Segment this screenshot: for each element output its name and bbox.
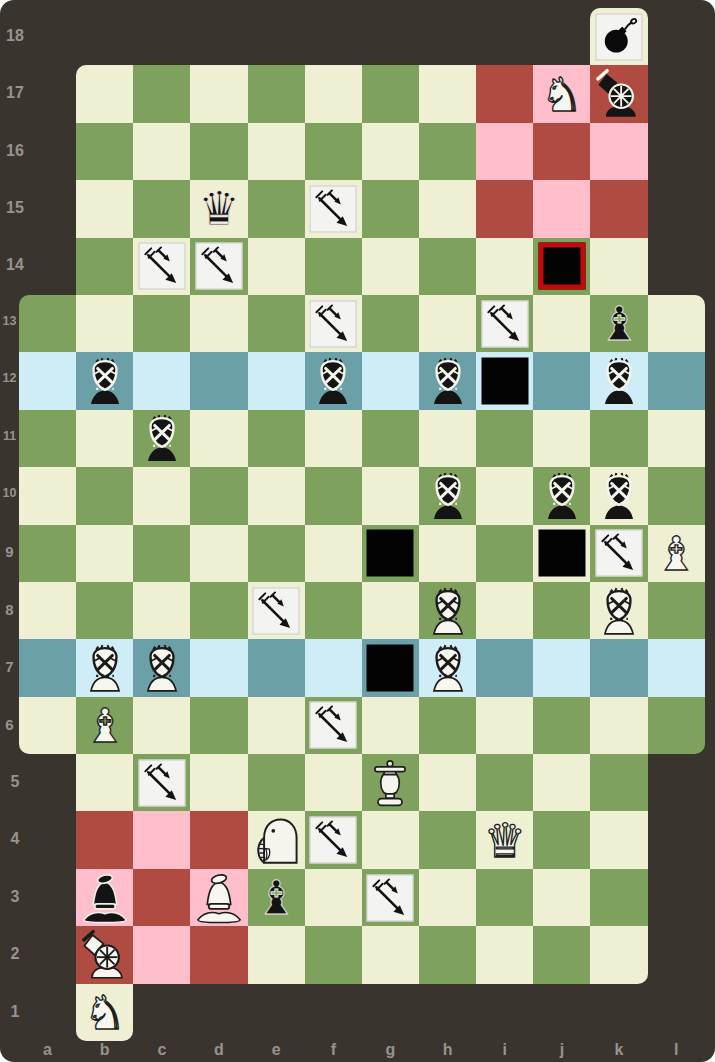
square-e17[interactable] xyxy=(248,65,305,122)
square-k12[interactable] xyxy=(590,352,647,409)
square-i9[interactable] xyxy=(476,525,533,582)
white-cannon[interactable] xyxy=(79,929,131,981)
square-k6[interactable] xyxy=(590,697,647,754)
square-f9[interactable] xyxy=(305,525,362,582)
square-k3[interactable] xyxy=(590,869,647,926)
square-b8[interactable] xyxy=(76,582,133,639)
square-k7[interactable] xyxy=(590,639,647,696)
black-block-marker xyxy=(367,530,414,577)
square-c5[interactable] xyxy=(133,754,190,811)
white-king[interactable] xyxy=(193,872,245,924)
square-j5[interactable] xyxy=(533,754,590,811)
arrow-marker xyxy=(310,300,357,347)
square-e4[interactable] xyxy=(248,811,305,868)
arrow-marker xyxy=(481,300,528,347)
square-j14[interactable] xyxy=(533,238,590,295)
square-c7[interactable] xyxy=(133,639,190,696)
square-f2[interactable] xyxy=(305,926,362,983)
rank-label-4: 4 xyxy=(0,830,30,848)
black-cannon[interactable] xyxy=(593,68,645,120)
square-b13[interactable] xyxy=(76,295,133,352)
file-label-e: e xyxy=(248,1041,305,1059)
square-h16[interactable] xyxy=(419,123,476,180)
black-queen[interactable]: ♛ xyxy=(198,180,240,237)
square-b11[interactable] xyxy=(76,410,133,467)
square-c10[interactable] xyxy=(133,467,190,524)
square-e13[interactable] xyxy=(248,295,305,352)
square-f14[interactable] xyxy=(305,238,362,295)
rank-label-15: 15 xyxy=(0,199,30,217)
square-k9[interactable] xyxy=(590,525,647,582)
rank-label-5: 5 xyxy=(0,773,30,791)
square-a9[interactable] xyxy=(19,525,76,582)
rank-label-12: 12 xyxy=(0,371,19,385)
square-e10[interactable] xyxy=(248,467,305,524)
square-d12[interactable] xyxy=(190,352,247,409)
square-b5[interactable] xyxy=(76,754,133,811)
square-l12[interactable] xyxy=(648,352,705,409)
file-label-l: l xyxy=(648,1041,705,1059)
square-d3[interactable] xyxy=(190,869,247,926)
square-j10[interactable] xyxy=(533,467,590,524)
square-f11[interactable] xyxy=(305,410,362,467)
square-h4[interactable] xyxy=(419,811,476,868)
file-label-f: f xyxy=(305,1041,362,1059)
square-h9[interactable] xyxy=(419,525,476,582)
square-i17[interactable] xyxy=(476,65,533,122)
square-k17[interactable] xyxy=(590,65,647,122)
square-e16[interactable] xyxy=(248,123,305,180)
white-bishop[interactable]: ♝ xyxy=(655,525,697,582)
white-queen[interactable]: ♛ xyxy=(484,812,526,869)
square-g16[interactable] xyxy=(362,123,419,180)
white-soldier[interactable] xyxy=(423,643,473,693)
square-e3[interactable]: ♝ xyxy=(248,869,305,926)
rank-label-6: 6 xyxy=(0,716,19,733)
square-j11[interactable] xyxy=(533,410,590,467)
square-i12[interactable] xyxy=(476,352,533,409)
square-a11[interactable] xyxy=(19,410,76,467)
square-g6[interactable] xyxy=(362,697,419,754)
file-label-i: i xyxy=(476,1041,533,1059)
square-b6[interactable]: ♝ xyxy=(76,697,133,754)
white-bishop[interactable]: ♝ xyxy=(84,697,126,754)
square-c13[interactable] xyxy=(133,295,190,352)
arrow-marker xyxy=(310,817,357,864)
square-d8[interactable] xyxy=(190,582,247,639)
rank-label-1: 1 xyxy=(0,1003,30,1021)
black-soldier[interactable] xyxy=(537,471,587,521)
black-block-marker xyxy=(538,530,585,577)
square-d15[interactable]: ♛ xyxy=(190,180,247,237)
square-d7[interactable] xyxy=(190,639,247,696)
square-d10[interactable] xyxy=(190,467,247,524)
arrow-marker xyxy=(138,759,185,806)
square-e2[interactable] xyxy=(248,926,305,983)
square-j6[interactable] xyxy=(533,697,590,754)
white-soldier[interactable] xyxy=(80,643,130,693)
square-c17[interactable] xyxy=(133,65,190,122)
square-g5[interactable] xyxy=(362,754,419,811)
square-e6[interactable] xyxy=(248,697,305,754)
square-f17[interactable] xyxy=(305,65,362,122)
square-c16[interactable] xyxy=(133,123,190,180)
rank-label-7: 7 xyxy=(0,658,19,675)
square-b10[interactable] xyxy=(76,467,133,524)
board-grid: ♞ ♛ xyxy=(19,8,705,1041)
black-bishop[interactable]: ♝ xyxy=(255,869,297,926)
square-h3[interactable] xyxy=(419,869,476,926)
black-soldier[interactable] xyxy=(423,471,473,521)
black-soldier[interactable] xyxy=(80,356,130,406)
square-l7[interactable] xyxy=(648,639,705,696)
rank-label-10: 10 xyxy=(0,486,19,500)
square-b16[interactable] xyxy=(76,123,133,180)
square-a12[interactable] xyxy=(19,352,76,409)
square-c2[interactable] xyxy=(133,926,190,983)
black-block-red-border xyxy=(538,243,585,290)
square-i16[interactable] xyxy=(476,123,533,180)
square-i11[interactable] xyxy=(476,410,533,467)
black-block-marker xyxy=(367,644,414,691)
white-knight[interactable]: ♞ xyxy=(541,66,583,123)
square-b4[interactable] xyxy=(76,811,133,868)
game-board: ♞ ♛ xyxy=(0,0,715,1062)
square-k13[interactable]: ♝ xyxy=(590,295,647,352)
square-c12[interactable] xyxy=(133,352,190,409)
rank-label-16: 16 xyxy=(0,142,30,160)
square-f7[interactable] xyxy=(305,639,362,696)
file-label-d: d xyxy=(190,1041,247,1059)
square-j7[interactable] xyxy=(533,639,590,696)
square-i7[interactable] xyxy=(476,639,533,696)
square-f12[interactable] xyxy=(305,352,362,409)
rank-label-17: 17 xyxy=(0,84,30,102)
square-k18[interactable] xyxy=(590,8,647,65)
square-a10[interactable] xyxy=(19,467,76,524)
square-b1[interactable]: ♞ xyxy=(76,984,133,1041)
file-label-h: h xyxy=(419,1041,476,1059)
square-a8[interactable] xyxy=(19,582,76,639)
square-h12[interactable] xyxy=(419,352,476,409)
square-k10[interactable] xyxy=(590,467,647,524)
square-j13[interactable] xyxy=(533,295,590,352)
square-c6[interactable] xyxy=(133,697,190,754)
square-a7[interactable] xyxy=(19,639,76,696)
square-c3[interactable] xyxy=(133,869,190,926)
rank-label-8: 8 xyxy=(0,601,19,618)
square-i3[interactable] xyxy=(476,869,533,926)
square-e14[interactable] xyxy=(248,238,305,295)
square-f8[interactable] xyxy=(305,582,362,639)
black-block-marker xyxy=(481,358,528,405)
square-j9[interactable] xyxy=(533,525,590,582)
square-e8[interactable] xyxy=(248,582,305,639)
square-j2[interactable] xyxy=(533,926,590,983)
square-g15[interactable] xyxy=(362,180,419,237)
arrow-marker xyxy=(595,530,642,577)
square-i4[interactable]: ♛ xyxy=(476,811,533,868)
black-soldier[interactable] xyxy=(594,471,644,521)
rank-label-11: 11 xyxy=(0,429,19,443)
square-k15[interactable] xyxy=(590,180,647,237)
square-f3[interactable] xyxy=(305,869,362,926)
square-d17[interactable] xyxy=(190,65,247,122)
square-g14[interactable] xyxy=(362,238,419,295)
file-label-b: b xyxy=(76,1041,133,1059)
square-f6[interactable] xyxy=(305,697,362,754)
square-h17[interactable] xyxy=(419,65,476,122)
square-g12[interactable] xyxy=(362,352,419,409)
square-b12[interactable] xyxy=(76,352,133,409)
white-urn[interactable] xyxy=(365,758,415,808)
white-soldier[interactable] xyxy=(423,586,473,636)
square-j4[interactable] xyxy=(533,811,590,868)
square-g2[interactable] xyxy=(362,926,419,983)
square-j17[interactable]: ♞ xyxy=(533,65,590,122)
square-h15[interactable] xyxy=(419,180,476,237)
square-j8[interactable] xyxy=(533,582,590,639)
square-d9[interactable] xyxy=(190,525,247,582)
arrow-marker xyxy=(310,185,357,232)
square-d11[interactable] xyxy=(190,410,247,467)
square-f4[interactable] xyxy=(305,811,362,868)
square-i2[interactable] xyxy=(476,926,533,983)
square-j16[interactable] xyxy=(533,123,590,180)
square-b2[interactable] xyxy=(76,926,133,983)
arrow-marker xyxy=(310,702,357,749)
rank-label-18: 18 xyxy=(0,27,30,45)
square-f10[interactable] xyxy=(305,467,362,524)
black-soldier[interactable] xyxy=(308,356,358,406)
square-g7[interactable] xyxy=(362,639,419,696)
square-d6[interactable] xyxy=(190,697,247,754)
file-label-k: k xyxy=(591,1041,648,1059)
square-l10[interactable] xyxy=(648,467,705,524)
square-h7[interactable] xyxy=(419,639,476,696)
rank-label-13: 13 xyxy=(0,314,19,328)
white-elephant[interactable] xyxy=(250,814,302,866)
square-i5[interactable] xyxy=(476,754,533,811)
square-d16[interactable] xyxy=(190,123,247,180)
square-a6[interactable] xyxy=(19,697,76,754)
square-i6[interactable] xyxy=(476,697,533,754)
square-f16[interactable] xyxy=(305,123,362,180)
square-i8[interactable] xyxy=(476,582,533,639)
square-l11[interactable] xyxy=(648,410,705,467)
arrow-marker xyxy=(367,874,414,921)
square-h2[interactable] xyxy=(419,926,476,983)
rank-label-3: 3 xyxy=(0,888,30,906)
square-e15[interactable] xyxy=(248,180,305,237)
square-g4[interactable] xyxy=(362,811,419,868)
square-h10[interactable] xyxy=(419,467,476,524)
square-g13[interactable] xyxy=(362,295,419,352)
square-d4[interactable] xyxy=(190,811,247,868)
square-b7[interactable] xyxy=(76,639,133,696)
square-j15[interactable] xyxy=(533,180,590,237)
square-e12[interactable] xyxy=(248,352,305,409)
white-knight[interactable]: ♞ xyxy=(84,984,126,1041)
square-f13[interactable] xyxy=(305,295,362,352)
rank-label-9: 9 xyxy=(0,543,19,560)
file-label-a: a xyxy=(19,1041,76,1059)
square-e11[interactable] xyxy=(248,410,305,467)
arrow-marker xyxy=(138,243,185,290)
file-label-c: c xyxy=(133,1041,190,1059)
square-i15[interactable] xyxy=(476,180,533,237)
square-e7[interactable] xyxy=(248,639,305,696)
square-b15[interactable] xyxy=(76,180,133,237)
square-j3[interactable] xyxy=(533,869,590,926)
black-bomb[interactable] xyxy=(597,15,641,59)
square-k14[interactable] xyxy=(590,238,647,295)
square-g17[interactable] xyxy=(362,65,419,122)
black-soldier[interactable] xyxy=(594,356,644,406)
square-g8[interactable] xyxy=(362,582,419,639)
square-c9[interactable] xyxy=(133,525,190,582)
arrow-marker xyxy=(195,243,242,290)
square-k11[interactable] xyxy=(590,410,647,467)
square-i14[interactable] xyxy=(476,238,533,295)
file-label-j: j xyxy=(533,1041,590,1059)
square-c8[interactable] xyxy=(133,582,190,639)
black-soldier[interactable] xyxy=(137,413,187,463)
square-c14[interactable] xyxy=(133,238,190,295)
square-d13[interactable] xyxy=(190,295,247,352)
square-g9[interactable] xyxy=(362,525,419,582)
square-e9[interactable] xyxy=(248,525,305,582)
square-a13[interactable] xyxy=(19,295,76,352)
square-k2[interactable] xyxy=(590,926,647,983)
square-b3[interactable] xyxy=(76,869,133,926)
square-l9[interactable]: ♝ xyxy=(648,525,705,582)
rank-label-14: 14 xyxy=(0,256,30,274)
square-k4[interactable] xyxy=(590,811,647,868)
square-d2[interactable] xyxy=(190,926,247,983)
black-king[interactable] xyxy=(79,872,131,924)
square-h11[interactable] xyxy=(419,410,476,467)
square-g10[interactable] xyxy=(362,467,419,524)
square-h14[interactable] xyxy=(419,238,476,295)
rank-label-2: 2 xyxy=(0,945,30,963)
square-f15[interactable] xyxy=(305,180,362,237)
square-h8[interactable] xyxy=(419,582,476,639)
file-label-g: g xyxy=(362,1041,419,1059)
square-c15[interactable] xyxy=(133,180,190,237)
square-c4[interactable] xyxy=(133,811,190,868)
square-g11[interactable] xyxy=(362,410,419,467)
square-k8[interactable] xyxy=(590,582,647,639)
square-l13[interactable] xyxy=(648,295,705,352)
square-b14[interactable] xyxy=(76,238,133,295)
square-d5[interactable] xyxy=(190,754,247,811)
black-soldier[interactable] xyxy=(423,356,473,406)
square-h5[interactable] xyxy=(419,754,476,811)
arrow-marker xyxy=(253,587,300,634)
white-soldier[interactable] xyxy=(137,643,187,693)
square-l8[interactable] xyxy=(648,582,705,639)
white-soldier[interactable] xyxy=(594,586,644,636)
square-b9[interactable] xyxy=(76,525,133,582)
square-e5[interactable] xyxy=(248,754,305,811)
square-j12[interactable] xyxy=(533,352,590,409)
square-k16[interactable] xyxy=(590,123,647,180)
square-d14[interactable] xyxy=(190,238,247,295)
square-c11[interactable] xyxy=(133,410,190,467)
square-i10[interactable] xyxy=(476,467,533,524)
square-h6[interactable] xyxy=(419,697,476,754)
square-g3[interactable] xyxy=(362,869,419,926)
square-h13[interactable] xyxy=(419,295,476,352)
square-b17[interactable] xyxy=(76,65,133,122)
black-bishop[interactable]: ♝ xyxy=(598,295,640,352)
square-i13[interactable] xyxy=(476,295,533,352)
square-k5[interactable] xyxy=(590,754,647,811)
square-f5[interactable] xyxy=(305,754,362,811)
square-l6[interactable] xyxy=(648,697,705,754)
